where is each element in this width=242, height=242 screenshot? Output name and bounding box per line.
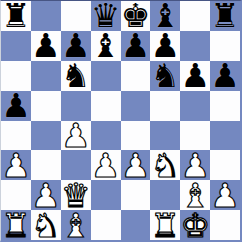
square-h8[interactable]: ♜ (210, 1, 240, 31)
square-f5[interactable] (150, 91, 180, 121)
square-a7[interactable] (1, 31, 31, 61)
board-frame: ♜♛♚♝♜♟♟♝♟♟♞♞♟♟♟♟♟♟♟♞♟♟♛♝♟♜♞♝♜♚ (0, 0, 242, 242)
square-b6[interactable] (31, 61, 61, 91)
black-bishop[interactable]: ♝ (91, 31, 121, 61)
square-a5[interactable]: ♟ (1, 91, 31, 121)
square-h4[interactable] (210, 121, 240, 151)
white-pawn[interactable]: ♟ (210, 180, 240, 210)
square-f1[interactable]: ♜ (150, 210, 180, 240)
square-d5[interactable] (91, 91, 121, 121)
square-e6[interactable] (121, 61, 151, 91)
white-pawn[interactable]: ♟ (1, 150, 31, 180)
square-d3[interactable]: ♟ (91, 150, 121, 180)
square-c1[interactable]: ♝ (61, 210, 91, 240)
black-pawn[interactable]: ♟ (180, 61, 210, 91)
black-knight[interactable]: ♞ (61, 61, 91, 91)
square-a8[interactable]: ♜ (1, 1, 31, 31)
square-b1[interactable]: ♞ (31, 210, 61, 240)
square-h6[interactable]: ♟ (210, 61, 240, 91)
square-h2[interactable]: ♟ (210, 180, 240, 210)
black-pawn[interactable]: ♟ (31, 31, 61, 61)
square-g6[interactable]: ♟ (180, 61, 210, 91)
black-pawn[interactable]: ♟ (210, 61, 240, 91)
square-h5[interactable] (210, 91, 240, 121)
white-knight[interactable]: ♞ (150, 150, 180, 180)
white-pawn[interactable]: ♟ (121, 150, 151, 180)
black-rook[interactable]: ♜ (210, 1, 240, 31)
square-f6[interactable]: ♞ (150, 61, 180, 91)
square-f3[interactable]: ♞ (150, 150, 180, 180)
black-knight[interactable]: ♞ (150, 61, 180, 91)
white-rook[interactable]: ♜ (1, 210, 31, 240)
white-pawn[interactable]: ♟ (61, 121, 91, 151)
square-b5[interactable] (31, 91, 61, 121)
black-pawn[interactable]: ♟ (1, 91, 31, 121)
square-g1[interactable]: ♚ (180, 210, 210, 240)
square-e5[interactable] (121, 91, 151, 121)
chess-board: ♜♛♚♝♜♟♟♝♟♟♞♞♟♟♟♟♟♟♟♞♟♟♛♝♟♜♞♝♜♚ (1, 1, 240, 240)
square-a3[interactable]: ♟ (1, 150, 31, 180)
square-e7[interactable]: ♟ (121, 31, 151, 61)
square-e1[interactable] (121, 210, 151, 240)
square-d7[interactable]: ♝ (91, 31, 121, 61)
white-rook[interactable]: ♜ (150, 210, 180, 240)
square-c4[interactable]: ♟ (61, 121, 91, 151)
square-g8[interactable] (180, 1, 210, 31)
square-b4[interactable] (31, 121, 61, 151)
square-d1[interactable] (91, 210, 121, 240)
screenshot-root: ♜♛♚♝♜♟♟♝♟♟♞♞♟♟♟♟♟♟♟♞♟♟♛♝♟♜♞♝♜♚ (0, 0, 242, 242)
square-b7[interactable]: ♟ (31, 31, 61, 61)
square-c6[interactable]: ♞ (61, 61, 91, 91)
white-knight[interactable]: ♞ (31, 210, 61, 240)
square-e3[interactable]: ♟ (121, 150, 151, 180)
white-king[interactable]: ♚ (180, 210, 210, 240)
white-pawn[interactable]: ♟ (91, 150, 121, 180)
square-a1[interactable]: ♜ (1, 210, 31, 240)
white-bishop[interactable]: ♝ (61, 210, 91, 240)
black-pawn[interactable]: ♟ (121, 31, 151, 61)
black-rook[interactable]: ♜ (1, 1, 31, 31)
square-d6[interactable] (91, 61, 121, 91)
square-g5[interactable] (180, 91, 210, 121)
